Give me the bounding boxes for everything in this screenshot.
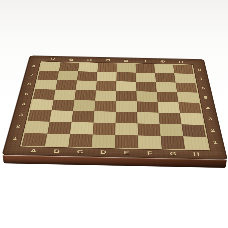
rank-label-left-4: 4 [15,99,33,110]
square-g2 [160,124,184,136]
square-e8 [117,64,136,73]
square-c1 [68,134,92,147]
square-d5 [95,90,116,101]
square-c5 [74,90,96,101]
square-e6 [116,81,136,91]
file-label-bottom-b: B [44,146,69,156]
rank-label-left-1: 1 [5,132,25,145]
square-g1 [161,136,185,149]
square-a1 [22,133,48,146]
square-b3 [50,110,73,122]
rank-labels-right: 87654321 [192,66,225,150]
square-h1 [183,136,208,149]
square-b1 [45,134,70,147]
square-g3 [159,113,182,125]
square-c6 [76,80,97,90]
square-e1 [115,135,138,148]
square-e5 [116,91,137,102]
rank-label-right-6: 6 [195,83,212,93]
square-b5 [54,90,76,101]
square-a5 [33,89,56,100]
square-f5 [136,91,157,102]
square-g4 [158,102,180,113]
rank-label-right-4: 4 [199,103,217,114]
square-a7 [38,71,59,80]
file-label-bottom-d: D [91,147,115,157]
square-c8 [78,63,98,72]
square-d7 [97,72,117,82]
square-h7 [174,73,195,83]
rank-label-right-8: 8 [192,66,208,75]
square-c7 [77,71,97,81]
square-f3 [137,112,159,124]
square-h6 [176,83,198,93]
square-f1 [138,135,162,148]
square-f6 [136,82,157,92]
square-g7 [155,73,176,83]
product-photo-background: ABCDEFGH ABCDEFGH 87654321 87654321 [0,0,228,228]
square-b4 [52,100,75,111]
square-f2 [138,123,161,135]
rank-label-right-7: 7 [194,74,210,83]
square-h8 [173,65,193,74]
rank-label-right-1: 1 [206,136,225,149]
square-c3 [72,111,95,123]
squares-grid [22,62,209,150]
square-g5 [157,92,179,103]
square-a6 [35,80,57,90]
square-b2 [47,122,71,134]
square-f4 [137,101,159,112]
square-a8 [40,62,61,71]
square-e4 [116,101,137,112]
rank-label-right-2: 2 [203,125,222,137]
square-b8 [59,62,79,71]
file-label-bottom-e: E [115,148,139,158]
square-e7 [116,72,136,82]
square-e3 [116,112,138,124]
square-h4 [178,102,201,113]
square-d4 [94,101,116,112]
rank-label-left-2: 2 [8,120,27,132]
square-f7 [136,73,156,83]
square-g8 [154,64,174,73]
file-label-bottom-a: A [21,146,46,156]
square-d8 [97,63,116,72]
square-a2 [25,121,50,133]
square-c2 [70,122,94,134]
rank-label-left-3: 3 [12,109,31,120]
square-a4 [30,99,53,110]
square-d2 [93,123,116,135]
square-h2 [182,124,206,136]
file-label-bottom-f: F [138,148,162,158]
square-h3 [180,113,204,125]
chess-board: ABCDEFGH ABCDEFGH 87654321 87654321 [2,56,228,160]
square-g6 [156,82,177,92]
square-a3 [28,110,52,122]
rank-label-right-3: 3 [201,113,219,125]
rank-label-right-5: 5 [197,93,214,103]
square-d1 [92,135,116,148]
square-e2 [115,123,138,135]
square-h5 [177,92,199,103]
square-c4 [73,100,95,111]
square-b7 [57,71,78,80]
square-f8 [136,64,156,73]
square-d3 [94,111,116,123]
board-perspective-scene: ABCDEFGH ABCDEFGH 87654321 87654321 [2,56,228,160]
file-label-bottom-h: H [184,149,209,159]
square-b6 [55,80,76,90]
file-label-bottom-c: C [68,147,92,157]
file-label-bottom-g: G [161,149,185,159]
square-d6 [96,81,116,91]
rank-labels-left: 87654321 [5,62,42,145]
